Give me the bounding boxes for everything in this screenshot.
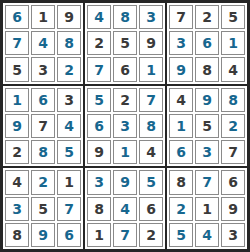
sudoku-cell[interactable]: 8 xyxy=(195,57,219,81)
sudoku-cell[interactable]: 9 xyxy=(5,114,29,138)
sudoku-box: 498152637 xyxy=(167,86,247,167)
sudoku-cell[interactable]: 3 xyxy=(87,170,111,194)
sudoku-cell[interactable]: 7 xyxy=(5,31,29,55)
sudoku-cell[interactable]: 7 xyxy=(87,57,111,81)
sudoku-box: 619748532 xyxy=(3,3,83,84)
sudoku-cell[interactable]: 1 xyxy=(87,223,111,247)
sudoku-cell[interactable]: 3 xyxy=(169,31,193,55)
sudoku-board: 6197485324832597617253619841639742855276… xyxy=(0,0,250,252)
sudoku-cell[interactable]: 9 xyxy=(57,5,81,29)
sudoku-box: 876219543 xyxy=(167,168,247,249)
sudoku-cell[interactable]: 7 xyxy=(57,197,81,221)
sudoku-cell[interactable]: 9 xyxy=(31,223,55,247)
sudoku-cell[interactable]: 8 xyxy=(87,197,111,221)
sudoku-cell[interactable]: 2 xyxy=(195,5,219,29)
sudoku-cell[interactable]: 6 xyxy=(113,57,137,81)
sudoku-cell[interactable]: 5 xyxy=(113,31,137,55)
sudoku-cell[interactable]: 3 xyxy=(139,5,163,29)
sudoku-cell[interactable]: 4 xyxy=(139,140,163,164)
sudoku-cell[interactable]: 6 xyxy=(57,223,81,247)
sudoku-cell[interactable]: 3 xyxy=(57,88,81,112)
sudoku-cell[interactable]: 9 xyxy=(139,31,163,55)
sudoku-cell[interactable]: 4 xyxy=(5,170,29,194)
sudoku-cell[interactable]: 7 xyxy=(195,170,219,194)
sudoku-cell[interactable]: 4 xyxy=(87,5,111,29)
sudoku-cell[interactable]: 5 xyxy=(169,223,193,247)
sudoku-cell[interactable]: 3 xyxy=(31,57,55,81)
sudoku-cell[interactable]: 6 xyxy=(87,114,111,138)
sudoku-cell[interactable]: 7 xyxy=(169,5,193,29)
sudoku-cell[interactable]: 1 xyxy=(57,170,81,194)
sudoku-cell[interactable]: 6 xyxy=(221,170,245,194)
sudoku-cell[interactable]: 8 xyxy=(31,140,55,164)
sudoku-cell[interactable]: 2 xyxy=(87,31,111,55)
sudoku-cell[interactable]: 8 xyxy=(221,88,245,112)
sudoku-cell[interactable]: 5 xyxy=(5,57,29,81)
sudoku-cell[interactable]: 9 xyxy=(195,88,219,112)
sudoku-cell[interactable]: 4 xyxy=(169,88,193,112)
sudoku-cell[interactable]: 8 xyxy=(5,223,29,247)
sudoku-cell[interactable]: 2 xyxy=(5,140,29,164)
sudoku-box: 483259761 xyxy=(85,3,165,84)
sudoku-cell[interactable]: 6 xyxy=(195,31,219,55)
sudoku-cell[interactable]: 1 xyxy=(139,57,163,81)
sudoku-cell[interactable]: 1 xyxy=(221,31,245,55)
sudoku-cell[interactable]: 8 xyxy=(169,170,193,194)
sudoku-cell[interactable]: 8 xyxy=(57,31,81,55)
sudoku-cell[interactable]: 6 xyxy=(139,197,163,221)
sudoku-cell[interactable]: 2 xyxy=(113,88,137,112)
sudoku-cell[interactable]: 2 xyxy=(221,114,245,138)
sudoku-cell[interactable]: 4 xyxy=(31,31,55,55)
sudoku-box: 395846172 xyxy=(85,168,165,249)
sudoku-cell[interactable]: 7 xyxy=(139,88,163,112)
sudoku-cell[interactable]: 7 xyxy=(221,140,245,164)
sudoku-cell[interactable]: 5 xyxy=(57,140,81,164)
sudoku-box: 725361984 xyxy=(167,3,247,84)
sudoku-cell[interactable]: 8 xyxy=(113,5,137,29)
sudoku-box: 527638914 xyxy=(85,86,165,167)
sudoku-cell[interactable]: 9 xyxy=(87,140,111,164)
sudoku-cell[interactable]: 5 xyxy=(139,170,163,194)
sudoku-cell[interactable]: 3 xyxy=(221,223,245,247)
sudoku-cell[interactable]: 1 xyxy=(5,88,29,112)
sudoku-cell[interactable]: 9 xyxy=(113,170,137,194)
sudoku-cell[interactable]: 3 xyxy=(5,197,29,221)
sudoku-cell[interactable]: 4 xyxy=(221,57,245,81)
sudoku-cell[interactable]: 6 xyxy=(169,140,193,164)
sudoku-box: 163974285 xyxy=(3,86,83,167)
sudoku-cell[interactable]: 7 xyxy=(31,114,55,138)
sudoku-cell[interactable]: 4 xyxy=(113,197,137,221)
sudoku-cell[interactable]: 8 xyxy=(139,114,163,138)
sudoku-cell[interactable]: 5 xyxy=(87,88,111,112)
sudoku-cell[interactable]: 5 xyxy=(221,5,245,29)
sudoku-cell[interactable]: 1 xyxy=(113,140,137,164)
sudoku-cell[interactable]: 2 xyxy=(31,170,55,194)
sudoku-cell[interactable]: 5 xyxy=(195,114,219,138)
sudoku-box: 421357896 xyxy=(3,168,83,249)
sudoku-cell[interactable]: 6 xyxy=(5,5,29,29)
sudoku-cell[interactable]: 4 xyxy=(195,223,219,247)
sudoku-cell[interactable]: 5 xyxy=(31,197,55,221)
sudoku-cell[interactable]: 1 xyxy=(169,114,193,138)
sudoku-cell[interactable]: 2 xyxy=(169,197,193,221)
sudoku-cell[interactable]: 3 xyxy=(195,140,219,164)
sudoku-cell[interactable]: 2 xyxy=(57,57,81,81)
sudoku-cell[interactable]: 1 xyxy=(31,5,55,29)
sudoku-cell[interactable]: 1 xyxy=(195,197,219,221)
sudoku-cell[interactable]: 4 xyxy=(57,114,81,138)
sudoku-cell[interactable]: 9 xyxy=(169,57,193,81)
sudoku-cell[interactable]: 9 xyxy=(221,197,245,221)
sudoku-cell[interactable]: 7 xyxy=(113,223,137,247)
sudoku-cell[interactable]: 3 xyxy=(113,114,137,138)
sudoku-cell[interactable]: 2 xyxy=(139,223,163,247)
sudoku-cell[interactable]: 6 xyxy=(31,88,55,112)
